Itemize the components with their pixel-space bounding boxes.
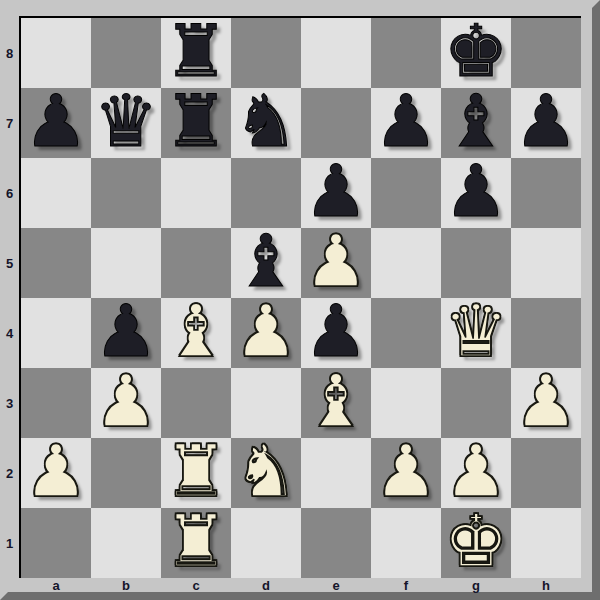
square-e1[interactable]: [301, 508, 371, 578]
square-g2[interactable]: ♟: [441, 438, 511, 508]
square-a2[interactable]: ♟: [21, 438, 91, 508]
file-label-h: h: [511, 577, 581, 594]
rank-label-6: 6: [0, 158, 19, 228]
square-h1[interactable]: [511, 508, 581, 578]
square-a1[interactable]: [21, 508, 91, 578]
square-f5[interactable]: [371, 228, 441, 298]
square-g4[interactable]: ♛: [441, 298, 511, 368]
square-a7[interactable]: ♟: [21, 88, 91, 158]
file-label-g: g: [441, 577, 511, 594]
piece-black-king[interactable]: ♚: [444, 15, 509, 87]
square-h2[interactable]: [511, 438, 581, 508]
square-c8[interactable]: ♜: [161, 18, 231, 88]
square-h8[interactable]: [511, 18, 581, 88]
square-g6[interactable]: ♟: [441, 158, 511, 228]
piece-white-pawn[interactable]: ♟: [94, 365, 159, 437]
square-f3[interactable]: [371, 368, 441, 438]
piece-black-pawn[interactable]: ♟: [304, 295, 369, 367]
square-a4[interactable]: [21, 298, 91, 368]
piece-black-rook[interactable]: ♜: [164, 15, 229, 87]
square-e2[interactable]: [301, 438, 371, 508]
square-a3[interactable]: [21, 368, 91, 438]
square-e5[interactable]: ♟: [301, 228, 371, 298]
square-c3[interactable]: [161, 368, 231, 438]
square-c6[interactable]: [161, 158, 231, 228]
board-border: ♜♚♟♛♜♞♟♝♟♟♟♝♟♟♝♟♟♛♟♝♟♟♜♞♟♟♜♚: [19, 16, 581, 578]
rank-label-2: 2: [0, 438, 19, 508]
rank-label-3: 3: [0, 368, 19, 438]
rank-label-1: 1: [0, 508, 19, 578]
file-label-b: b: [91, 577, 161, 594]
rank-label-8: 8: [0, 18, 19, 88]
square-b7[interactable]: ♛: [91, 88, 161, 158]
square-a5[interactable]: [21, 228, 91, 298]
square-h5[interactable]: [511, 228, 581, 298]
square-h6[interactable]: [511, 158, 581, 228]
square-g5[interactable]: [441, 228, 511, 298]
file-label-d: d: [231, 577, 301, 594]
piece-white-pawn[interactable]: ♟: [514, 365, 579, 437]
piece-black-bishop[interactable]: ♝: [444, 85, 509, 157]
piece-white-rook[interactable]: ♜: [164, 505, 229, 577]
piece-black-pawn[interactable]: ♟: [444, 155, 509, 227]
chess-board: ♜♚♟♛♜♞♟♝♟♟♟♝♟♟♝♟♟♛♟♝♟♟♜♞♟♟♜♚: [21, 18, 581, 578]
square-h3[interactable]: ♟: [511, 368, 581, 438]
square-c5[interactable]: [161, 228, 231, 298]
piece-white-bishop[interactable]: ♝: [164, 295, 229, 367]
diagram-frame: 87654321 ♜♚♟♛♜♞♟♝♟♟♟♝♟♟♝♟♟♛♟♝♟♟♜♞♟♟♜♚ ab…: [0, 0, 600, 600]
piece-black-bishop[interactable]: ♝: [234, 225, 299, 297]
piece-black-knight[interactable]: ♞: [234, 85, 299, 157]
piece-white-knight[interactable]: ♞: [234, 435, 299, 507]
square-h7[interactable]: ♟: [511, 88, 581, 158]
rank-label-5: 5: [0, 228, 19, 298]
piece-white-pawn[interactable]: ♟: [444, 435, 509, 507]
square-d6[interactable]: [231, 158, 301, 228]
piece-white-pawn[interactable]: ♟: [234, 295, 299, 367]
piece-white-bishop[interactable]: ♝: [304, 365, 369, 437]
square-b2[interactable]: [91, 438, 161, 508]
square-f7[interactable]: ♟: [371, 88, 441, 158]
file-label-e: e: [301, 577, 371, 594]
square-b5[interactable]: [91, 228, 161, 298]
piece-white-king[interactable]: ♚: [444, 505, 509, 577]
file-labels: abcdefgh: [21, 577, 581, 594]
square-f8[interactable]: [371, 18, 441, 88]
file-label-a: a: [21, 577, 91, 594]
square-d8[interactable]: [231, 18, 301, 88]
square-g7[interactable]: ♝: [441, 88, 511, 158]
piece-white-pawn[interactable]: ♟: [304, 225, 369, 297]
piece-black-pawn[interactable]: ♟: [514, 85, 579, 157]
square-d1[interactable]: [231, 508, 301, 578]
square-b1[interactable]: [91, 508, 161, 578]
square-f4[interactable]: [371, 298, 441, 368]
square-f2[interactable]: ♟: [371, 438, 441, 508]
piece-black-pawn[interactable]: ♟: [94, 295, 159, 367]
piece-black-pawn[interactable]: ♟: [24, 85, 89, 157]
square-e6[interactable]: ♟: [301, 158, 371, 228]
square-g8[interactable]: ♚: [441, 18, 511, 88]
square-b4[interactable]: ♟: [91, 298, 161, 368]
file-label-f: f: [371, 577, 441, 594]
square-c4[interactable]: ♝: [161, 298, 231, 368]
piece-black-rook[interactable]: ♜: [164, 85, 229, 157]
square-b6[interactable]: [91, 158, 161, 228]
square-e7[interactable]: [301, 88, 371, 158]
piece-white-rook[interactable]: ♜: [164, 435, 229, 507]
piece-white-pawn[interactable]: ♟: [374, 435, 439, 507]
piece-black-queen[interactable]: ♛: [94, 85, 159, 157]
square-d4[interactable]: ♟: [231, 298, 301, 368]
piece-white-queen[interactable]: ♛: [444, 295, 509, 367]
piece-black-pawn[interactable]: ♟: [374, 85, 439, 157]
square-a8[interactable]: [21, 18, 91, 88]
square-e3[interactable]: ♝: [301, 368, 371, 438]
square-b8[interactable]: [91, 18, 161, 88]
rank-label-7: 7: [0, 88, 19, 158]
square-d3[interactable]: [231, 368, 301, 438]
square-f6[interactable]: [371, 158, 441, 228]
square-g3[interactable]: [441, 368, 511, 438]
square-c7[interactable]: ♜: [161, 88, 231, 158]
square-d5[interactable]: ♝: [231, 228, 301, 298]
square-d2[interactable]: ♞: [231, 438, 301, 508]
square-c1[interactable]: ♜: [161, 508, 231, 578]
square-a6[interactable]: [21, 158, 91, 228]
square-f1[interactable]: [371, 508, 441, 578]
piece-black-pawn[interactable]: ♟: [304, 155, 369, 227]
square-c2[interactable]: ♜: [161, 438, 231, 508]
rank-label-4: 4: [0, 298, 19, 368]
diagram-inner: 87654321 ♜♚♟♛♜♞♟♝♟♟♟♝♟♟♝♟♟♛♟♝♟♟♜♞♟♟♜♚ ab…: [0, 0, 592, 592]
file-label-c: c: [161, 577, 231, 594]
square-b3[interactable]: ♟: [91, 368, 161, 438]
square-e4[interactable]: ♟: [301, 298, 371, 368]
rank-labels: 87654321: [0, 18, 19, 578]
square-h4[interactable]: [511, 298, 581, 368]
square-e8[interactable]: [301, 18, 371, 88]
square-g1[interactable]: ♚: [441, 508, 511, 578]
square-d7[interactable]: ♞: [231, 88, 301, 158]
piece-white-pawn[interactable]: ♟: [24, 435, 89, 507]
